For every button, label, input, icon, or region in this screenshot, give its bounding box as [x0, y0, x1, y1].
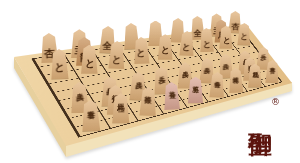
brand-logo: 御聖 ® [244, 99, 276, 118]
registered-trademark-icon: ® [271, 97, 280, 107]
product-photo: 杏圭全全圭杏龍馬ととととととととと歩兵歩兵歩兵歩兵歩兵歩兵歩兵歩兵歩兵角行飛車香… [0, 0, 300, 163]
